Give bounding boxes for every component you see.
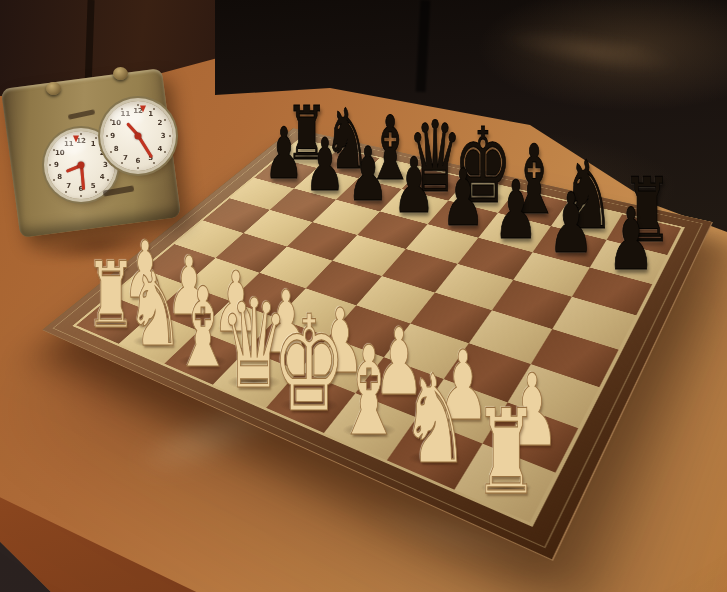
dial-center-cap — [135, 133, 142, 140]
clock-dial-right: 123456789101112 — [103, 101, 173, 171]
dial-tick — [137, 167, 139, 169]
dial-numeral-1: 1 — [148, 111, 153, 118]
dial-numeral-7: 7 — [123, 154, 128, 161]
dial-numeral-8: 8 — [57, 174, 62, 181]
dial-tick — [106, 135, 108, 137]
dial-tick — [153, 108, 155, 110]
dial-tick — [107, 179, 109, 181]
photo-scene: 123456789101112 123456789101112 ♜♞♟♝♟♛♟♚… — [0, 0, 727, 592]
dial-tick — [111, 164, 113, 166]
dial-tick — [80, 195, 82, 197]
dial-numeral-7: 7 — [66, 183, 71, 190]
dial-tick — [65, 191, 67, 193]
dial-numeral-4: 4 — [100, 174, 105, 181]
dial-tick — [164, 151, 166, 153]
dial-numeral-3: 3 — [103, 162, 108, 169]
dial-tick — [137, 104, 139, 106]
dial-numeral-2: 2 — [157, 120, 162, 127]
clock-button-right — [113, 67, 128, 80]
dial-center-cap — [78, 162, 85, 169]
dial-numeral-11: 11 — [121, 111, 131, 118]
dial-numeral-5: 5 — [91, 183, 96, 190]
dial-tick — [153, 162, 155, 164]
dial-tick — [164, 119, 166, 121]
dial-numeral-1: 1 — [91, 140, 96, 147]
dial-numeral-10: 10 — [55, 149, 65, 156]
dial-tick — [121, 162, 123, 164]
dial-tick — [53, 149, 55, 151]
dial-tick — [121, 108, 123, 110]
dial-tick — [80, 133, 82, 135]
dial-numeral-6: 6 — [136, 158, 141, 165]
dial-numeral-3: 3 — [161, 133, 166, 140]
dial-tick — [110, 151, 112, 153]
clock-button-left — [46, 82, 61, 95]
dial-numeral-2: 2 — [100, 149, 105, 156]
dial-tick — [53, 179, 55, 181]
dial-tick — [95, 137, 97, 139]
clock-flag — [73, 135, 79, 142]
dial-numeral-10: 10 — [111, 120, 121, 127]
dial-tick — [65, 137, 67, 139]
dial-tick — [169, 135, 171, 137]
dial-numeral-9: 9 — [110, 133, 115, 140]
dial-tick — [49, 164, 51, 166]
dial-numeral-8: 8 — [114, 145, 119, 152]
dial-tick — [95, 191, 97, 193]
dial-numeral-4: 4 — [157, 145, 162, 152]
clock-flag — [140, 106, 146, 113]
dial-tick — [110, 119, 112, 121]
dial-numeral-9: 9 — [54, 162, 59, 169]
